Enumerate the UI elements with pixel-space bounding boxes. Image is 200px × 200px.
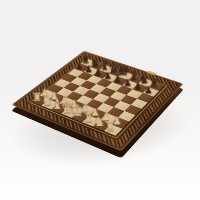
product-photo-scene: ♜♞♝♛♚♝♞♜♟♟♟♟♟♟♟♟♟♟♟♟♟♟♟♟♜♞♝♛♚♝♞♜: [0, 0, 200, 200]
black-pawn: ♟: [141, 85, 157, 95]
white-rook: ♜: [101, 121, 119, 133]
